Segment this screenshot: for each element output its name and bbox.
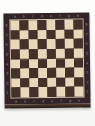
square-f1[interactable] <box>56 87 65 97</box>
rank-label-2: 2 <box>6 80 9 85</box>
square-a2[interactable] <box>11 78 20 88</box>
square-c7[interactable] <box>29 30 38 40</box>
square-f7[interactable] <box>56 29 65 39</box>
file-label-e: e <box>50 99 55 102</box>
file-label-c: c <box>30 15 35 18</box>
square-g6[interactable] <box>65 39 74 49</box>
square-b5[interactable] <box>20 49 29 59</box>
square-h5[interactable] <box>74 48 83 58</box>
file-label-g: g <box>66 14 71 17</box>
square-a7[interactable] <box>11 30 20 40</box>
file-label-b: b <box>23 100 28 103</box>
square-g1[interactable] <box>65 87 74 97</box>
square-g3[interactable] <box>65 68 74 78</box>
square-f8[interactable] <box>55 20 64 30</box>
square-h4[interactable] <box>74 58 83 68</box>
product-photo-scene: abcdefgh abcdefgh 87654321 87654321 <box>0 0 95 126</box>
file-label-h: h <box>75 14 80 17</box>
file-label-c: c <box>32 100 37 103</box>
square-a5[interactable] <box>11 49 20 59</box>
square-a8[interactable] <box>10 20 19 30</box>
rank-label-8: 8 <box>5 23 8 28</box>
square-f2[interactable] <box>56 77 65 87</box>
square-h7[interactable] <box>74 29 83 39</box>
file-labels-bottom: abcdefgh <box>12 97 84 104</box>
square-d8[interactable] <box>37 20 46 30</box>
square-a4[interactable] <box>11 59 20 69</box>
square-e7[interactable] <box>47 30 56 40</box>
square-a3[interactable] <box>11 69 20 79</box>
square-b7[interactable] <box>20 30 29 40</box>
rank-label-4: 4 <box>5 61 8 66</box>
square-f3[interactable] <box>56 68 65 78</box>
square-c6[interactable] <box>29 39 38 49</box>
square-a6[interactable] <box>11 40 20 50</box>
rank-label-3: 3 <box>5 71 8 76</box>
rank-label-8: 8 <box>85 22 88 27</box>
rank-label-3: 3 <box>85 70 88 75</box>
file-label-e: e <box>48 14 53 17</box>
square-e3[interactable] <box>47 68 56 78</box>
square-d1[interactable] <box>38 87 47 97</box>
file-label-f: f <box>57 14 62 17</box>
square-d7[interactable] <box>38 30 47 40</box>
square-f4[interactable] <box>56 58 65 68</box>
rank-label-4: 4 <box>85 60 88 65</box>
rank-label-2: 2 <box>86 79 89 84</box>
square-e2[interactable] <box>47 78 56 88</box>
square-g7[interactable] <box>65 29 74 39</box>
square-b1[interactable] <box>20 88 29 98</box>
square-f5[interactable] <box>56 49 65 59</box>
square-f6[interactable] <box>56 39 65 49</box>
rank-label-5: 5 <box>85 50 88 55</box>
square-d4[interactable] <box>38 59 47 69</box>
rank-label-1: 1 <box>86 89 89 94</box>
square-c3[interactable] <box>29 68 38 78</box>
file-label-g: g <box>68 99 73 102</box>
square-b6[interactable] <box>20 40 29 50</box>
file-label-h: h <box>77 99 82 102</box>
square-h3[interactable] <box>74 68 83 78</box>
rank-label-6: 6 <box>85 41 88 46</box>
square-h6[interactable] <box>74 39 83 49</box>
rank-label-1: 1 <box>6 90 9 95</box>
rank-label-5: 5 <box>5 52 8 57</box>
square-b3[interactable] <box>20 68 29 78</box>
square-b8[interactable] <box>19 20 28 30</box>
square-e5[interactable] <box>47 49 56 59</box>
square-a1[interactable] <box>11 88 20 98</box>
square-c1[interactable] <box>29 87 38 97</box>
square-c2[interactable] <box>29 78 38 88</box>
square-g2[interactable] <box>65 77 74 87</box>
file-label-a: a <box>14 100 19 103</box>
rank-label-7: 7 <box>5 32 8 37</box>
rank-label-6: 6 <box>5 42 8 47</box>
square-c8[interactable] <box>28 20 37 30</box>
square-c4[interactable] <box>29 59 38 69</box>
square-h1[interactable] <box>74 87 83 97</box>
square-g8[interactable] <box>64 20 73 30</box>
board-frame: abcdefgh abcdefgh 87654321 87654321 <box>3 12 90 104</box>
board-grid <box>9 18 84 98</box>
square-b2[interactable] <box>20 78 29 88</box>
square-e1[interactable] <box>47 87 56 97</box>
square-d3[interactable] <box>38 68 47 78</box>
square-c5[interactable] <box>29 49 38 59</box>
square-d2[interactable] <box>38 78 47 88</box>
file-label-d: d <box>39 14 44 17</box>
rank-labels-right: 87654321 <box>83 19 90 96</box>
square-g5[interactable] <box>65 48 74 58</box>
file-label-d: d <box>41 99 46 102</box>
square-b4[interactable] <box>20 59 29 69</box>
square-e4[interactable] <box>47 58 56 68</box>
square-d5[interactable] <box>38 49 47 59</box>
chess-board: abcdefgh abcdefgh 87654321 87654321 <box>3 12 90 108</box>
file-label-f: f <box>59 99 64 102</box>
file-label-b: b <box>21 15 26 18</box>
square-h2[interactable] <box>74 77 83 87</box>
square-d6[interactable] <box>38 39 47 49</box>
file-label-a: a <box>12 15 17 18</box>
rank-label-7: 7 <box>85 31 88 36</box>
square-g4[interactable] <box>65 58 74 68</box>
square-h8[interactable] <box>73 20 82 30</box>
square-e8[interactable] <box>46 20 55 30</box>
square-e6[interactable] <box>47 39 56 49</box>
